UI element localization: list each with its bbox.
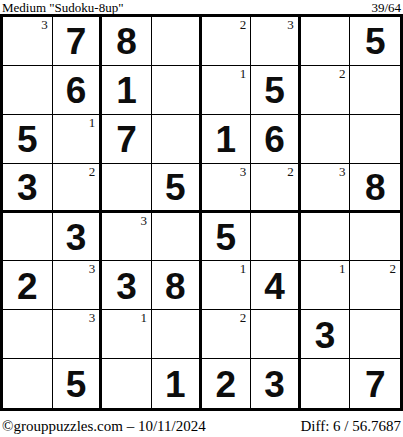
puzzle-title: Medium "Sudoku-8up" bbox=[2, 1, 123, 14]
pencil-mark: 1 bbox=[89, 115, 96, 130]
cell-r7c2[interactable]: 3 bbox=[53, 310, 103, 359]
cell-r5c5[interactable]: 5 bbox=[202, 213, 252, 262]
pencil-mark: 3 bbox=[89, 310, 96, 325]
cell-r6c1[interactable]: 2 bbox=[3, 261, 53, 310]
cell-r8c5[interactable]: 2 bbox=[202, 359, 252, 408]
cell-r7c1[interactable] bbox=[3, 310, 53, 359]
pencil-mark: 2 bbox=[287, 164, 294, 179]
cell-value: 1 bbox=[165, 364, 186, 403]
cell-r3c5[interactable]: 1 bbox=[202, 115, 252, 164]
cell-r7c7[interactable]: 3 bbox=[301, 310, 351, 359]
cell-r2c3[interactable]: 1 bbox=[102, 66, 152, 115]
footer: ©grouppuzzles.com – 10/11/2024 Diff: 6 /… bbox=[0, 417, 403, 435]
cell-r8c1[interactable] bbox=[3, 359, 53, 408]
cell-r1c5[interactable]: 2 bbox=[202, 17, 252, 66]
cell-r6c8[interactable]: 2 bbox=[350, 261, 400, 310]
pencil-mark: 2 bbox=[390, 261, 397, 276]
cell-value: 5 bbox=[165, 167, 186, 206]
cell-r7c5[interactable]: 2 bbox=[202, 310, 252, 359]
pencil-mark: 1 bbox=[240, 261, 247, 276]
cell-r4c6[interactable]: 2 bbox=[251, 164, 301, 213]
cell-r6c3[interactable]: 3 bbox=[102, 261, 152, 310]
cell-r5c4[interactable] bbox=[152, 213, 202, 262]
cell-value: 2 bbox=[17, 266, 38, 305]
cell-value: 1 bbox=[116, 70, 137, 109]
cell-value: 5 bbox=[365, 21, 386, 60]
cell-r4c8[interactable]: 8 bbox=[350, 164, 400, 213]
cell-value: 8 bbox=[365, 167, 386, 206]
cell-value: 5 bbox=[216, 217, 237, 256]
cell-r8c2[interactable]: 5 bbox=[53, 359, 103, 408]
cell-r3c1[interactable]: 5 bbox=[3, 115, 53, 164]
cell-r1c8[interactable]: 5 bbox=[350, 17, 400, 66]
cell-value: 8 bbox=[116, 21, 137, 60]
pencil-mark: 2 bbox=[339, 66, 346, 81]
pencil-mark: 3 bbox=[89, 261, 96, 276]
cell-value: 5 bbox=[264, 70, 285, 109]
cell-r1c3[interactable]: 8 bbox=[102, 17, 152, 66]
cell-r5c1[interactable] bbox=[3, 213, 53, 262]
cell-r7c4[interactable] bbox=[152, 310, 202, 359]
cell-value: 5 bbox=[17, 119, 38, 158]
difficulty: Diff: 6 / 56.7687 bbox=[300, 417, 401, 435]
pencil-mark: 1 bbox=[339, 261, 346, 276]
pencil-mark: 2 bbox=[89, 164, 96, 179]
cell-value: 1 bbox=[216, 119, 237, 158]
sudoku-board: 3782356115251716325323833523381412312351… bbox=[0, 14, 403, 411]
cell-value: 4 bbox=[264, 266, 285, 305]
pencil-mark: 2 bbox=[240, 310, 247, 325]
cell-r6c6[interactable]: 4 bbox=[251, 261, 301, 310]
cell-value: 5 bbox=[66, 364, 87, 403]
cell-r1c2[interactable]: 7 bbox=[53, 17, 103, 66]
pencil-mark: 1 bbox=[140, 310, 147, 325]
pencil-mark: 3 bbox=[240, 164, 247, 179]
cell-r2c2[interactable]: 6 bbox=[53, 66, 103, 115]
cell-r1c1[interactable]: 3 bbox=[3, 17, 53, 66]
cell-r3c3[interactable]: 7 bbox=[102, 115, 152, 164]
pencil-mark: 3 bbox=[287, 17, 294, 32]
pencil-mark: 3 bbox=[339, 164, 346, 179]
cell-r8c8[interactable]: 7 bbox=[350, 359, 400, 408]
cell-value: 2 bbox=[216, 364, 237, 403]
cell-r7c3[interactable]: 1 bbox=[102, 310, 152, 359]
cell-r5c7[interactable] bbox=[301, 213, 351, 262]
cell-r1c6[interactable]: 3 bbox=[251, 17, 301, 66]
cell-value: 7 bbox=[365, 364, 386, 403]
cell-r4c2[interactable]: 2 bbox=[53, 164, 103, 213]
cell-value: 6 bbox=[264, 119, 285, 158]
cell-r1c7[interactable] bbox=[301, 17, 351, 66]
cell-r8c7[interactable] bbox=[301, 359, 351, 408]
cell-r5c6[interactable] bbox=[251, 213, 301, 262]
cell-r2c4[interactable] bbox=[152, 66, 202, 115]
cell-value: 6 bbox=[66, 70, 87, 109]
cell-r2c1[interactable] bbox=[3, 66, 53, 115]
cell-r6c2[interactable]: 3 bbox=[53, 261, 103, 310]
cell-r5c3[interactable]: 3 bbox=[102, 213, 152, 262]
cell-value: 8 bbox=[165, 266, 186, 305]
cell-r6c5[interactable]: 1 bbox=[202, 261, 252, 310]
pencil-mark: 3 bbox=[140, 213, 147, 228]
copyright-date: ©grouppuzzles.com – 10/11/2024 bbox=[2, 417, 206, 435]
cell-r5c8[interactable] bbox=[350, 213, 400, 262]
cell-r4c4[interactable]: 5 bbox=[152, 164, 202, 213]
cell-value: 3 bbox=[264, 364, 285, 403]
cell-r5c2[interactable]: 3 bbox=[53, 213, 103, 262]
cell-value: 3 bbox=[66, 217, 87, 256]
cell-r3c4[interactable] bbox=[152, 115, 202, 164]
cell-r6c7[interactable]: 1 bbox=[301, 261, 351, 310]
cell-r6c4[interactable]: 8 bbox=[152, 261, 202, 310]
cell-r8c4[interactable]: 1 bbox=[152, 359, 202, 408]
cell-r4c5[interactable]: 3 bbox=[202, 164, 252, 213]
cell-r3c7[interactable] bbox=[301, 115, 351, 164]
cell-r4c7[interactable]: 3 bbox=[301, 164, 351, 213]
cell-r3c8[interactable] bbox=[350, 115, 400, 164]
cell-r7c6[interactable] bbox=[251, 310, 301, 359]
cell-value: 3 bbox=[17, 167, 38, 206]
cell-r3c6[interactable]: 6 bbox=[251, 115, 301, 164]
cell-r4c1[interactable]: 3 bbox=[3, 164, 53, 213]
cell-r2c5[interactable]: 1 bbox=[202, 66, 252, 115]
cell-r3c2[interactable]: 1 bbox=[53, 115, 103, 164]
cell-r8c6[interactable]: 3 bbox=[251, 359, 301, 408]
cell-r4c3[interactable] bbox=[102, 164, 152, 213]
pencil-mark: 2 bbox=[240, 17, 247, 32]
cell-value: 3 bbox=[315, 315, 336, 354]
puzzle-counter: 39/64 bbox=[371, 1, 401, 14]
header: Medium "Sudoku-8up" 39/64 bbox=[0, 0, 403, 14]
cell-r2c7[interactable]: 2 bbox=[301, 66, 351, 115]
cell-value: 3 bbox=[116, 266, 137, 305]
cell-r7c8[interactable] bbox=[350, 310, 400, 359]
pencil-mark: 1 bbox=[240, 66, 247, 81]
cell-value: 7 bbox=[66, 21, 87, 60]
cell-r1c4[interactable] bbox=[152, 17, 202, 66]
cell-r2c6[interactable]: 5 bbox=[251, 66, 301, 115]
cell-value: 7 bbox=[116, 119, 137, 158]
cell-r8c3[interactable] bbox=[102, 359, 152, 408]
pencil-mark: 3 bbox=[41, 17, 48, 32]
cell-r2c8[interactable] bbox=[350, 66, 400, 115]
